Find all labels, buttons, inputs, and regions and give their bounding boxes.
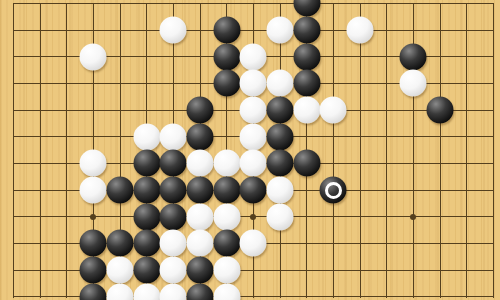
black-stone [267,150,294,177]
black-stone [267,123,294,150]
black-stone [293,17,320,44]
white-stone [213,203,240,230]
white-stone [80,177,107,204]
white-stone [160,17,187,44]
star-point [410,214,416,220]
white-stone [107,283,134,300]
black-stone [400,43,427,70]
white-stone [80,43,107,70]
white-stone [160,283,187,300]
black-stone-last-move [320,177,347,204]
grid-line-horizontal [13,3,494,4]
white-stone [400,70,427,97]
black-stone [160,150,187,177]
black-stone [133,177,160,204]
white-stone [160,123,187,150]
black-stone [427,97,454,124]
black-stone [133,257,160,284]
black-stone [160,177,187,204]
white-stone [267,70,294,97]
grid-line-vertical [360,3,361,297]
black-stone [80,230,107,257]
black-stone [293,150,320,177]
black-stone [187,177,214,204]
black-stone [293,70,320,97]
white-stone [187,230,214,257]
white-stone [267,177,294,204]
grid-line-horizontal [13,30,494,31]
black-stone [187,257,214,284]
black-stone [240,177,267,204]
black-stone [213,177,240,204]
white-stone [293,97,320,124]
black-stone [187,123,214,150]
black-stone [133,203,160,230]
white-stone [267,203,294,230]
black-stone [213,230,240,257]
white-stone [240,43,267,70]
black-stone [293,0,320,17]
white-stone [213,150,240,177]
black-stone [213,43,240,70]
white-stone [107,257,134,284]
white-stone [240,123,267,150]
black-stone [133,150,160,177]
black-stone [213,70,240,97]
white-stone [133,283,160,300]
black-stone [80,283,107,300]
white-stone [80,150,107,177]
white-stone [267,17,294,44]
black-stone [213,17,240,44]
white-stone [240,70,267,97]
white-stone [213,257,240,284]
go-board[interactable] [0,0,500,300]
white-stone [160,257,187,284]
white-stone [240,150,267,177]
black-stone [187,97,214,124]
black-stone [267,97,294,124]
grid-line-vertical [493,3,494,297]
grid-line-vertical [13,3,14,297]
white-stone [187,150,214,177]
black-stone [80,257,107,284]
white-stone [240,97,267,124]
grid-line-vertical [386,3,387,297]
grid-line-vertical [466,3,467,297]
grid-line-vertical [333,3,334,297]
black-stone [187,283,214,300]
black-stone [293,43,320,70]
white-stone [187,203,214,230]
black-stone [160,203,187,230]
black-stone [107,230,134,257]
last-move-marker-icon [325,182,342,199]
white-stone [213,283,240,300]
black-stone [107,177,134,204]
star-point [90,214,96,220]
white-stone [320,97,347,124]
grid-line-vertical [440,3,441,297]
grid-line-vertical [66,3,67,297]
star-point [250,214,256,220]
grid-line-vertical [40,3,41,297]
white-stone [240,230,267,257]
white-stone [133,123,160,150]
black-stone [133,230,160,257]
white-stone [160,230,187,257]
white-stone [347,17,374,44]
